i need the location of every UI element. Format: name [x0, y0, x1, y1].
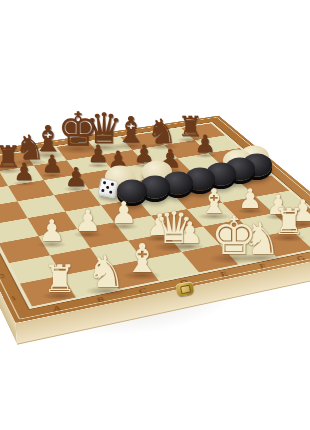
rank-label-2: 2 — [0, 264, 20, 288]
square-g3 — [222, 197, 274, 220]
square-b3 — [38, 229, 89, 255]
board-frame: ABCDEFGH 87654321 — [0, 115, 310, 323]
square-c1 — [103, 260, 159, 289]
square-g1 — [256, 230, 310, 256]
square-d2 — [128, 233, 182, 259]
square-a3 — [0, 236, 50, 263]
square-b1 — [62, 268, 118, 298]
square-f2 — [203, 220, 257, 245]
square-f3 — [187, 203, 239, 227]
product-photo: ABCDEFGH 87654321 ♜♟♞♝♟♚♟♛♟♝♟♟♞♟♜♟♟♜♟♞♟♝… — [0, 0, 310, 430]
square-d3 — [114, 216, 166, 241]
square-d1 — [143, 252, 199, 280]
square-g2 — [238, 213, 292, 238]
square-c3 — [77, 222, 128, 247]
square-h2 — [273, 207, 310, 231]
square-b2 — [50, 248, 103, 276]
square-e3 — [151, 209, 203, 233]
square-e2 — [166, 226, 220, 252]
square-a4 — [0, 218, 38, 243]
square-f1 — [220, 237, 276, 264]
rank-label-3: 3 — [0, 244, 9, 266]
chess-board: ABCDEFGH 87654321 — [0, 115, 310, 323]
square-a5 — [0, 201, 27, 224]
square-b4 — [27, 212, 76, 236]
square-a1 — [20, 276, 75, 307]
square-a2 — [9, 255, 62, 284]
square-h1 — [292, 224, 310, 250]
square-c2 — [89, 240, 143, 267]
square-e1 — [182, 245, 238, 273]
square-d4 — [101, 199, 151, 222]
square-c4 — [65, 205, 115, 229]
scene: ABCDEFGH 87654321 — [0, 0, 310, 430]
